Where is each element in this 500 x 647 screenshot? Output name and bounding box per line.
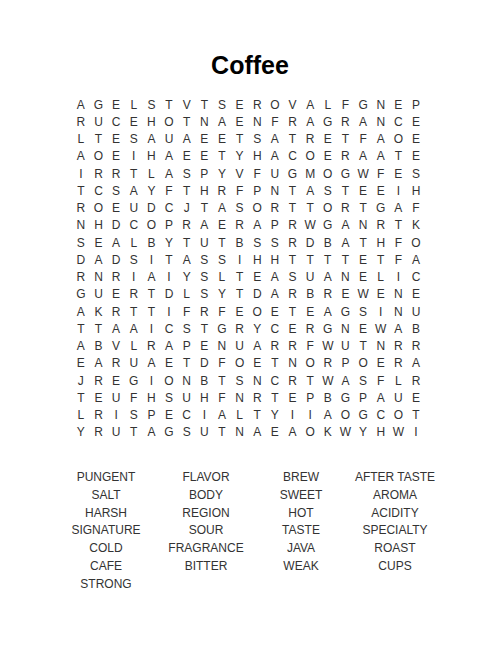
grid-cell[interactable]: S [72, 234, 90, 251]
grid-cell[interactable]: G [354, 96, 372, 113]
grid-cell[interactable]: R [143, 338, 161, 355]
grid-cell[interactable]: R [90, 407, 108, 424]
grid-cell[interactable]: F [231, 182, 249, 199]
grid-cell[interactable]: A [125, 182, 143, 199]
grid-cell[interactable]: N [178, 372, 196, 389]
grid-cell[interactable]: I [125, 148, 143, 165]
grid-cell[interactable]: E [248, 355, 266, 372]
grid-cell[interactable]: G [125, 372, 143, 389]
grid-cell[interactable]: R [195, 303, 213, 320]
grid-cell[interactable]: R [90, 372, 108, 389]
grid-cell[interactable]: U [301, 269, 319, 286]
grid-cell[interactable]: H [90, 217, 108, 234]
grid-cell[interactable]: R [407, 372, 425, 389]
grid-cell[interactable]: E [266, 303, 284, 320]
grid-cell[interactable]: A [407, 251, 425, 268]
grid-cell[interactable]: P [160, 217, 178, 234]
grid-cell[interactable]: I [160, 303, 178, 320]
grid-cell[interactable]: T [178, 113, 196, 130]
grid-cell[interactable]: I [72, 165, 90, 182]
grid-cell[interactable]: G [72, 286, 90, 303]
grid-cell[interactable]: W [319, 338, 337, 355]
grid-cell[interactable]: E [407, 148, 425, 165]
grid-cell[interactable]: T [160, 96, 178, 113]
grid-cell[interactable]: B [90, 338, 108, 355]
grid-cell[interactable]: I [301, 407, 319, 424]
grid-cell[interactable]: A [160, 148, 178, 165]
grid-cell[interactable]: P [337, 355, 355, 372]
grid-cell[interactable]: A [90, 251, 108, 268]
grid-cell[interactable]: O [407, 234, 425, 251]
grid-cell[interactable]: N [213, 338, 231, 355]
grid-cell[interactable]: P [301, 389, 319, 406]
grid-cell[interactable]: A [266, 269, 284, 286]
grid-cell[interactable]: A [213, 407, 231, 424]
grid-cell[interactable]: V [178, 96, 196, 113]
grid-cell[interactable]: E [231, 113, 249, 130]
grid-cell[interactable]: H [407, 182, 425, 199]
grid-cell[interactable]: A [407, 355, 425, 372]
grid-cell[interactable]: T [231, 269, 249, 286]
grid-cell[interactable]: A [72, 338, 90, 355]
grid-cell[interactable]: E [372, 355, 390, 372]
grid-cell[interactable]: O [390, 131, 408, 148]
grid-cell[interactable]: W [337, 424, 355, 441]
grid-cell[interactable]: E [107, 96, 125, 113]
grid-cell[interactable]: T [372, 251, 390, 268]
grid-cell[interactable]: T [72, 320, 90, 337]
grid-cell[interactable]: I [372, 303, 390, 320]
grid-cell[interactable]: R [284, 372, 302, 389]
grid-cell[interactable]: R [319, 355, 337, 372]
grid-cell[interactable]: A [160, 165, 178, 182]
grid-cell[interactable]: S [248, 234, 266, 251]
grid-cell[interactable]: E [213, 217, 231, 234]
grid-cell[interactable]: Y [72, 424, 90, 441]
grid-cell[interactable]: C [178, 407, 196, 424]
grid-cell[interactable]: C [125, 217, 143, 234]
grid-cell[interactable]: U [125, 355, 143, 372]
grid-cell[interactable]: A [248, 424, 266, 441]
grid-cell[interactable]: G [90, 96, 108, 113]
grid-cell[interactable]: J [72, 372, 90, 389]
grid-cell[interactable]: U [266, 165, 284, 182]
grid-cell[interactable]: N [195, 113, 213, 130]
grid-cell[interactable]: T [90, 131, 108, 148]
grid-cell[interactable]: N [372, 96, 390, 113]
grid-cell[interactable]: E [178, 148, 196, 165]
grid-cell[interactable]: Y [248, 320, 266, 337]
grid-cell[interactable]: H [195, 182, 213, 199]
grid-cell[interactable]: R [266, 338, 284, 355]
grid-cell[interactable]: R [231, 217, 249, 234]
grid-cell[interactable]: H [266, 251, 284, 268]
grid-cell[interactable]: E [195, 338, 213, 355]
grid-cell[interactable]: R [284, 338, 302, 355]
grid-cell[interactable]: C [160, 200, 178, 217]
grid-cell[interactable]: A [72, 96, 90, 113]
grid-cell[interactable]: O [90, 200, 108, 217]
grid-cell[interactable]: S [195, 286, 213, 303]
grid-cell[interactable]: R [284, 217, 302, 234]
grid-cell[interactable]: N [372, 338, 390, 355]
grid-cell[interactable]: G [337, 303, 355, 320]
grid-cell[interactable]: O [231, 355, 249, 372]
grid-cell[interactable]: I [125, 269, 143, 286]
grid-cell[interactable]: A [90, 355, 108, 372]
grid-cell[interactable]: Y [213, 165, 231, 182]
grid-cell[interactable]: W [372, 320, 390, 337]
grid-cell[interactable]: O [319, 200, 337, 217]
grid-cell[interactable]: I [231, 251, 249, 268]
grid-cell[interactable]: E [319, 148, 337, 165]
grid-cell[interactable]: E [231, 96, 249, 113]
grid-cell[interactable]: T [195, 96, 213, 113]
grid-cell[interactable]: Y [143, 182, 161, 199]
grid-cell[interactable]: R [72, 113, 90, 130]
grid-cell[interactable]: E [90, 234, 108, 251]
grid-cell[interactable]: O [319, 165, 337, 182]
grid-cell[interactable]: F [390, 234, 408, 251]
grid-cell[interactable]: L [125, 234, 143, 251]
grid-cell[interactable]: N [390, 303, 408, 320]
grid-cell[interactable]: S [407, 165, 425, 182]
grid-cell[interactable]: C [284, 148, 302, 165]
grid-cell[interactable]: E [248, 269, 266, 286]
grid-cell[interactable]: W [354, 165, 372, 182]
grid-cell[interactable]: A [354, 113, 372, 130]
grid-cell[interactable]: B [319, 234, 337, 251]
grid-cell[interactable]: A [319, 303, 337, 320]
grid-cell[interactable]: S [125, 251, 143, 268]
grid-cell[interactable]: G [160, 424, 178, 441]
grid-cell[interactable]: Y [231, 148, 249, 165]
grid-cell[interactable]: E [390, 165, 408, 182]
grid-cell[interactable]: A [301, 182, 319, 199]
grid-cell[interactable]: W [354, 286, 372, 303]
grid-cell[interactable]: R [372, 217, 390, 234]
grid-cell[interactable]: D [107, 217, 125, 234]
grid-cell[interactable]: E [72, 355, 90, 372]
grid-cell[interactable]: R [301, 320, 319, 337]
grid-cell[interactable]: S [125, 131, 143, 148]
grid-cell[interactable]: T [213, 148, 231, 165]
grid-cell[interactable]: O [301, 148, 319, 165]
grid-cell[interactable]: A [213, 113, 231, 130]
grid-cell[interactable]: B [319, 389, 337, 406]
grid-cell[interactable]: T [284, 182, 302, 199]
grid-cell[interactable]: I [284, 407, 302, 424]
grid-cell[interactable]: R [266, 200, 284, 217]
grid-cell[interactable]: E [160, 407, 178, 424]
grid-cell[interactable]: R [337, 113, 355, 130]
grid-cell[interactable]: I [143, 251, 161, 268]
grid-cell[interactable]: O [90, 148, 108, 165]
grid-cell[interactable]: W [390, 424, 408, 441]
grid-cell[interactable]: E [213, 131, 231, 148]
grid-cell[interactable]: T [213, 234, 231, 251]
grid-cell[interactable]: I [407, 424, 425, 441]
grid-cell[interactable]: B [231, 234, 249, 251]
grid-cell[interactable]: A [195, 217, 213, 234]
grid-cell[interactable]: N [231, 389, 249, 406]
grid-cell[interactable]: F [213, 303, 231, 320]
grid-cell[interactable]: O [337, 407, 355, 424]
grid-cell[interactable]: S [354, 372, 372, 389]
grid-cell[interactable]: N [372, 113, 390, 130]
grid-cell[interactable]: I [107, 407, 125, 424]
grid-cell[interactable]: S [248, 131, 266, 148]
grid-cell[interactable]: E [195, 148, 213, 165]
grid-cell[interactable]: A [390, 200, 408, 217]
grid-cell[interactable]: A [354, 148, 372, 165]
grid-cell[interactable]: A [107, 320, 125, 337]
grid-cell[interactable]: L [390, 372, 408, 389]
grid-cell[interactable]: R [125, 286, 143, 303]
grid-cell[interactable]: E [107, 286, 125, 303]
grid-cell[interactable]: T [143, 303, 161, 320]
grid-cell[interactable]: E [284, 320, 302, 337]
grid-cell[interactable]: A [372, 389, 390, 406]
grid-cell[interactable]: T [195, 320, 213, 337]
grid-cell[interactable]: R [72, 269, 90, 286]
grid-cell[interactable]: L [143, 165, 161, 182]
grid-cell[interactable]: S [160, 389, 178, 406]
grid-cell[interactable]: N [248, 113, 266, 130]
grid-cell[interactable]: T [178, 355, 196, 372]
grid-cell[interactable]: S [178, 424, 196, 441]
grid-cell[interactable]: P [178, 338, 196, 355]
grid-cell[interactable]: O [248, 303, 266, 320]
grid-cell[interactable]: E [231, 303, 249, 320]
grid-cell[interactable]: E [354, 320, 372, 337]
grid-cell[interactable]: N [231, 424, 249, 441]
grid-cell[interactable]: T [337, 131, 355, 148]
grid-cell[interactable]: R [72, 200, 90, 217]
grid-cell[interactable]: B [143, 234, 161, 251]
grid-cell[interactable]: K [407, 217, 425, 234]
grid-cell[interactable]: L [72, 407, 90, 424]
grid-cell[interactable]: D [107, 251, 125, 268]
grid-cell[interactable]: E [160, 355, 178, 372]
grid-cell[interactable]: W [319, 372, 337, 389]
grid-cell[interactable]: A [178, 131, 196, 148]
grid-cell[interactable]: U [337, 338, 355, 355]
grid-cell[interactable]: E [372, 182, 390, 199]
grid-cell[interactable]: R [90, 165, 108, 182]
grid-cell[interactable]: O [354, 355, 372, 372]
grid-cell[interactable]: E [266, 424, 284, 441]
grid-cell[interactable]: R [407, 338, 425, 355]
grid-cell[interactable]: I [195, 407, 213, 424]
grid-cell[interactable]: R [178, 217, 196, 234]
grid-cell[interactable]: S [213, 96, 231, 113]
grid-cell[interactable]: H [143, 113, 161, 130]
grid-cell[interactable]: A [143, 355, 161, 372]
grid-cell[interactable]: Y [354, 424, 372, 441]
grid-cell[interactable]: E [301, 303, 319, 320]
grid-cell[interactable]: S [125, 407, 143, 424]
grid-cell[interactable]: A [143, 131, 161, 148]
grid-cell[interactable]: T [407, 407, 425, 424]
grid-cell[interactable]: T [266, 389, 284, 406]
grid-cell[interactable]: F [266, 113, 284, 130]
grid-cell[interactable]: F [160, 182, 178, 199]
grid-cell[interactable]: T [319, 251, 337, 268]
grid-cell[interactable]: R [90, 424, 108, 441]
grid-cell[interactable]: F [372, 165, 390, 182]
grid-cell[interactable]: A [319, 269, 337, 286]
grid-cell[interactable]: A [266, 286, 284, 303]
grid-cell[interactable]: Y [160, 234, 178, 251]
grid-cell[interactable]: T [301, 372, 319, 389]
grid-cell[interactable]: R [390, 338, 408, 355]
grid-cell[interactable]: H [143, 389, 161, 406]
grid-cell[interactable]: A [301, 113, 319, 130]
grid-cell[interactable]: P [407, 96, 425, 113]
grid-cell[interactable]: R [337, 148, 355, 165]
grid-cell[interactable]: T [301, 251, 319, 268]
grid-cell[interactable]: R [390, 355, 408, 372]
grid-cell[interactable]: S [213, 251, 231, 268]
grid-cell[interactable]: A [160, 338, 178, 355]
grid-cell[interactable]: T [72, 182, 90, 199]
grid-cell[interactable]: H [372, 424, 390, 441]
grid-cell[interactable]: T [178, 182, 196, 199]
grid-cell[interactable]: C [90, 182, 108, 199]
grid-cell[interactable]: T [354, 338, 372, 355]
grid-cell[interactable]: F [125, 389, 143, 406]
grid-cell[interactable]: L [125, 338, 143, 355]
grid-cell[interactable]: T [143, 286, 161, 303]
grid-cell[interactable]: R [337, 200, 355, 217]
grid-cell[interactable]: S [231, 372, 249, 389]
grid-cell[interactable]: K [319, 424, 337, 441]
grid-cell[interactable]: A [284, 424, 302, 441]
grid-cell[interactable]: T [125, 424, 143, 441]
grid-cell[interactable]: L [178, 286, 196, 303]
grid-cell[interactable]: R [107, 269, 125, 286]
grid-cell[interactable]: S [284, 269, 302, 286]
grid-cell[interactable]: T [231, 286, 249, 303]
grid-cell[interactable]: E [319, 131, 337, 148]
grid-cell[interactable]: G [319, 217, 337, 234]
grid-cell[interactable]: B [195, 372, 213, 389]
grid-cell[interactable]: L [372, 269, 390, 286]
grid-cell[interactable]: C [407, 269, 425, 286]
grid-cell[interactable]: A [72, 148, 90, 165]
grid-cell[interactable]: E [407, 131, 425, 148]
grid-cell[interactable]: T [125, 303, 143, 320]
grid-cell[interactable]: G [284, 165, 302, 182]
grid-cell[interactable]: O [301, 424, 319, 441]
grid-cell[interactable]: R [107, 165, 125, 182]
grid-cell[interactable]: E [337, 286, 355, 303]
grid-cell[interactable]: S [195, 269, 213, 286]
grid-cell[interactable]: E [195, 131, 213, 148]
grid-cell[interactable]: F [337, 96, 355, 113]
grid-cell[interactable]: T [354, 234, 372, 251]
grid-cell[interactable]: E [125, 113, 143, 130]
grid-cell[interactable]: T [125, 165, 143, 182]
grid-cell[interactable]: U [125, 200, 143, 217]
grid-cell[interactable]: P [354, 389, 372, 406]
grid-cell[interactable]: S [143, 96, 161, 113]
grid-cell[interactable]: H [248, 148, 266, 165]
grid-cell[interactable]: U [90, 286, 108, 303]
grid-cell[interactable]: B [407, 320, 425, 337]
grid-cell[interactable]: A [319, 407, 337, 424]
grid-cell[interactable]: O [160, 113, 178, 130]
grid-cell[interactable]: R [248, 96, 266, 113]
grid-cell[interactable]: L [72, 131, 90, 148]
grid-cell[interactable]: I [390, 269, 408, 286]
grid-cell[interactable]: A [372, 148, 390, 165]
grid-cell[interactable]: G [213, 320, 231, 337]
grid-cell[interactable]: E [407, 286, 425, 303]
grid-cell[interactable]: N [284, 355, 302, 372]
grid-cell[interactable]: R [284, 234, 302, 251]
grid-cell[interactable]: S [319, 182, 337, 199]
grid-cell[interactable]: G [319, 113, 337, 130]
grid-cell[interactable]: G [372, 200, 390, 217]
grid-cell[interactable]: I [143, 320, 161, 337]
grid-cell[interactable]: G [354, 407, 372, 424]
grid-cell[interactable]: L [319, 96, 337, 113]
grid-cell[interactable]: F [372, 372, 390, 389]
grid-cell[interactable]: A [143, 424, 161, 441]
grid-cell[interactable]: A [248, 338, 266, 355]
grid-cell[interactable]: C [266, 320, 284, 337]
grid-cell[interactable]: N [266, 182, 284, 199]
grid-cell[interactable]: N [72, 217, 90, 234]
grid-cell[interactable]: T [248, 407, 266, 424]
grid-cell[interactable]: E [107, 148, 125, 165]
grid-cell[interactable]: A [301, 96, 319, 113]
grid-cell[interactable]: D [248, 286, 266, 303]
grid-cell[interactable]: A [248, 217, 266, 234]
grid-cell[interactable]: V [107, 338, 125, 355]
grid-cell[interactable]: A [372, 131, 390, 148]
grid-cell[interactable]: F [178, 303, 196, 320]
grid-cell[interactable]: S [354, 303, 372, 320]
grid-cell[interactable]: T [284, 131, 302, 148]
grid-cell[interactable]: S [231, 200, 249, 217]
grid-cell[interactable]: A [178, 251, 196, 268]
grid-cell[interactable]: R [284, 286, 302, 303]
grid-cell[interactable]: A [390, 320, 408, 337]
grid-cell[interactable]: M [301, 165, 319, 182]
grid-cell[interactable]: N [90, 269, 108, 286]
grid-cell[interactable]: S [266, 234, 284, 251]
grid-cell[interactable]: N [390, 286, 408, 303]
grid-cell[interactable]: E [407, 389, 425, 406]
grid-cell[interactable]: L [125, 96, 143, 113]
grid-cell[interactable]: R [284, 113, 302, 130]
grid-cell[interactable]: W [301, 217, 319, 234]
grid-cell[interactable]: A [107, 234, 125, 251]
grid-cell[interactable]: O [301, 355, 319, 372]
grid-cell[interactable]: J [178, 200, 196, 217]
grid-cell[interactable]: U [231, 338, 249, 355]
grid-cell[interactable]: U [390, 389, 408, 406]
grid-cell[interactable]: V [284, 96, 302, 113]
grid-cell[interactable]: U [107, 424, 125, 441]
grid-cell[interactable]: A [337, 372, 355, 389]
grid-cell[interactable]: T [284, 303, 302, 320]
grid-cell[interactable]: U [90, 113, 108, 130]
grid-cell[interactable]: O [266, 96, 284, 113]
